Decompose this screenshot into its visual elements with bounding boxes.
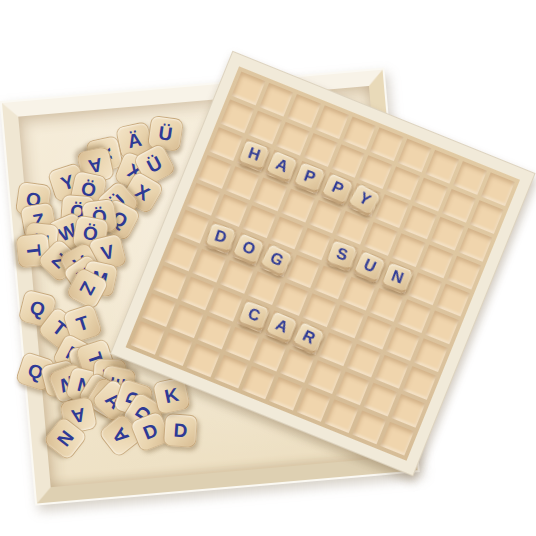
board-cell[interactable] (397, 300, 431, 334)
board-cell[interactable] (259, 83, 293, 117)
board-cell[interactable] (336, 372, 370, 406)
board-cell[interactable]: D (203, 221, 237, 255)
board-letter-cube[interactable]: P (293, 161, 326, 194)
board-cell[interactable] (392, 233, 426, 267)
board-cell[interactable] (358, 316, 392, 350)
board-letter-cube[interactable]: N (381, 261, 414, 294)
board-cell[interactable] (398, 139, 432, 173)
board-cell[interactable] (198, 155, 232, 189)
board-cell[interactable] (453, 161, 487, 195)
board-cell[interactable] (286, 255, 320, 289)
board-cell[interactable] (304, 133, 338, 167)
board-cell[interactable] (380, 422, 414, 456)
board-cell[interactable] (298, 227, 332, 261)
board-cell[interactable] (187, 182, 221, 216)
board-cell[interactable]: R (292, 322, 326, 356)
board-cell[interactable] (409, 272, 443, 306)
board-cell[interactable] (209, 288, 243, 322)
board-cell[interactable] (320, 333, 354, 367)
board-cell[interactable]: U (353, 250, 387, 284)
board-cell[interactable] (376, 194, 410, 228)
board-cell[interactable] (253, 177, 287, 211)
board-cell[interactable] (391, 394, 425, 428)
board-cell[interactable]: C (236, 299, 270, 333)
board-cell[interactable] (158, 332, 192, 366)
board-cell[interactable] (197, 316, 231, 350)
board-cell[interactable] (131, 321, 165, 355)
board-cell[interactable] (232, 72, 266, 106)
board-cell[interactable] (248, 110, 282, 144)
board-cell[interactable] (248, 271, 282, 305)
board-cell[interactable] (315, 105, 349, 139)
board-cell[interactable] (370, 128, 404, 162)
board-cell[interactable] (403, 205, 437, 239)
board-cell[interactable] (364, 222, 398, 256)
board-cell[interactable] (242, 366, 276, 400)
board-cell[interactable]: G (259, 244, 293, 278)
board-cell[interactable]: A (265, 149, 299, 183)
board-cell[interactable] (331, 144, 365, 178)
board-cell[interactable] (470, 200, 504, 234)
board-letter-cube[interactable]: C (237, 300, 270, 333)
board-cell[interactable] (387, 166, 421, 200)
board-cell[interactable] (331, 305, 365, 339)
board-cell[interactable] (253, 338, 287, 372)
board-cell[interactable] (347, 344, 381, 378)
board-cell[interactable] (214, 355, 248, 389)
board-cell[interactable] (425, 311, 459, 345)
board-cell[interactable] (281, 188, 315, 222)
board-cell[interactable] (281, 349, 315, 383)
board-cell[interactable] (364, 383, 398, 417)
board-cell[interactable]: P (292, 161, 326, 195)
board-cell[interactable] (226, 166, 260, 200)
product-photo-scene: ÄÜXAXÜYÖXQÜÖQÖZWÖZTVZAVMZQTTNHTQMWNHEKNA… (0, 0, 536, 536)
board-cell[interactable] (186, 343, 220, 377)
board-letter-cube[interactable]: D (204, 222, 236, 254)
board-cell[interactable] (342, 277, 376, 311)
board-cell[interactable] (459, 228, 493, 262)
board-cell[interactable] (414, 178, 448, 212)
board-cell[interactable] (153, 266, 187, 300)
board-cell[interactable] (447, 255, 481, 289)
board-cell[interactable]: Y (348, 183, 382, 217)
board-cell[interactable] (287, 94, 321, 128)
board-cell[interactable] (414, 339, 448, 373)
board-cell[interactable] (269, 377, 303, 411)
board-cell[interactable]: H (237, 138, 271, 172)
board-cell[interactable]: N (381, 261, 415, 295)
board-cell[interactable] (442, 189, 476, 223)
tray-letter-cube[interactable]: D (162, 412, 197, 447)
board-cell[interactable] (431, 217, 465, 251)
board-cell[interactable] (220, 260, 254, 294)
board-cell[interactable] (164, 238, 198, 272)
board-cell[interactable] (181, 277, 215, 311)
board-cell[interactable] (370, 289, 404, 323)
board-cell[interactable] (353, 411, 387, 445)
board-cell[interactable] (375, 355, 409, 389)
board-cell[interactable] (342, 116, 376, 150)
board-cell[interactable] (314, 266, 348, 300)
board-cell[interactable] (297, 388, 331, 422)
board-cell[interactable] (325, 399, 359, 433)
board-cell[interactable] (225, 327, 259, 361)
board-cell[interactable] (275, 283, 309, 317)
board-cell[interactable] (276, 122, 310, 156)
board-letter-cube[interactable]: H (237, 139, 270, 172)
board-cell[interactable] (215, 194, 249, 228)
board-cell[interactable] (420, 244, 454, 278)
board-cell[interactable] (426, 150, 460, 184)
board-cell[interactable] (403, 366, 437, 400)
board-cell[interactable] (309, 199, 343, 233)
board-cell[interactable] (176, 210, 210, 244)
board-cell[interactable] (436, 283, 470, 317)
board-cell[interactable] (220, 99, 254, 133)
board-cell[interactable] (142, 293, 176, 327)
board-cell[interactable] (386, 327, 420, 361)
board-cell[interactable] (209, 127, 243, 161)
board-cell[interactable] (170, 304, 204, 338)
board-cell[interactable] (308, 360, 342, 394)
board-cell[interactable] (192, 249, 226, 283)
board-cell[interactable] (481, 172, 515, 206)
